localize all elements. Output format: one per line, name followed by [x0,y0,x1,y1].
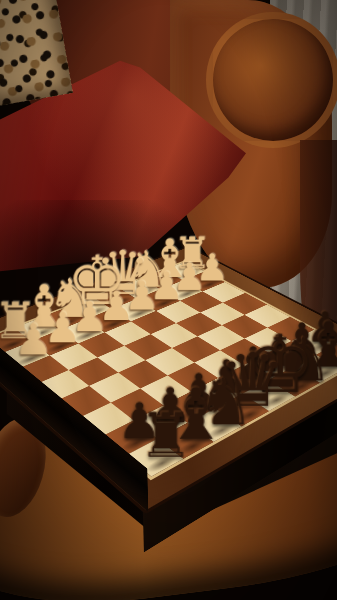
black-rook: ♜ [138,408,193,466]
white-pawn: ♟ [14,319,53,360]
armchair-arm-scroll [206,12,337,148]
